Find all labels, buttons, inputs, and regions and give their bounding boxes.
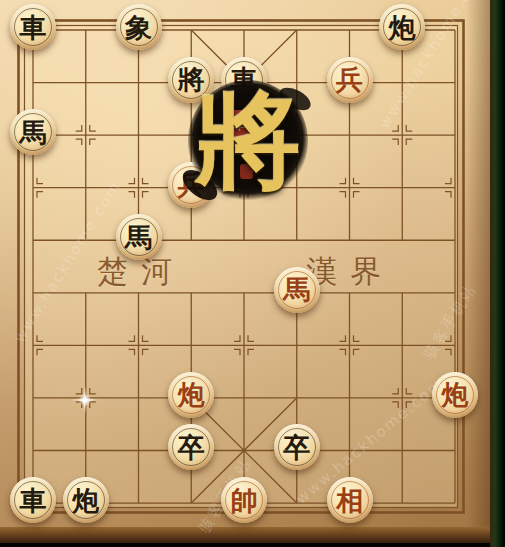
- piece-black-車[interactable]: 車: [10, 4, 56, 50]
- piece-glyph: 將: [178, 66, 205, 93]
- piece-glyph: 炮: [72, 487, 99, 514]
- piece-red-炮[interactable]: 炮: [432, 372, 478, 418]
- piece-glyph: 車: [20, 14, 47, 41]
- piece-black-卒[interactable]: 卒: [274, 424, 320, 470]
- piece-glyph: 兵: [336, 66, 363, 93]
- piece-black-車[interactable]: 車: [221, 57, 267, 103]
- piece-glyph: 炮: [178, 381, 205, 408]
- xiangqi-game-screen: 楚河 漢界 車象炮將車兵馬兵馬馬炮炮卒卒車炮帥相 軍 將 www.hackhom…: [0, 0, 505, 547]
- piece-red-馬[interactable]: 馬: [274, 267, 320, 313]
- piece-black-象[interactable]: 象: [116, 4, 162, 50]
- piece-glyph: 馬: [125, 224, 152, 251]
- piece-glyph: 相: [336, 487, 363, 514]
- board-wood[interactable]: 楚河 漢界 車象炮將車兵馬兵馬馬炮炮卒卒車炮帥相 軍 將: [0, 0, 494, 543]
- piece-glyph: 馬: [283, 276, 310, 303]
- piece-glyph: 馬: [20, 119, 47, 146]
- piece-red-兵[interactable]: 兵: [168, 162, 214, 208]
- piece-glyph: 炮: [442, 381, 469, 408]
- piece-black-車[interactable]: 車: [10, 477, 56, 523]
- piece-glyph: 卒: [283, 434, 310, 461]
- piece-black-馬[interactable]: 馬: [116, 214, 162, 260]
- piece-glyph: 兵: [178, 171, 205, 198]
- board-front-edge: [0, 527, 494, 543]
- piece-red-帥[interactable]: 帥: [221, 477, 267, 523]
- piece-red-相[interactable]: 相: [327, 477, 373, 523]
- piece-glyph: 車: [20, 487, 47, 514]
- piece-black-馬[interactable]: 馬: [10, 109, 56, 155]
- piece-glyph: 車: [231, 66, 258, 93]
- piece-black-炮[interactable]: 炮: [63, 477, 109, 523]
- piece-red-兵[interactable]: 兵: [327, 57, 373, 103]
- piece-glyph: 炮: [389, 14, 416, 41]
- piece-glyph: 卒: [178, 434, 205, 461]
- piece-black-將[interactable]: 將: [168, 57, 214, 103]
- piece-black-炮[interactable]: 炮: [379, 4, 425, 50]
- piece-red-炮[interactable]: 炮: [168, 372, 214, 418]
- piece-glyph: 帥: [231, 487, 258, 514]
- screen-right-border: [490, 0, 505, 547]
- piece-glyph: 象: [125, 14, 152, 41]
